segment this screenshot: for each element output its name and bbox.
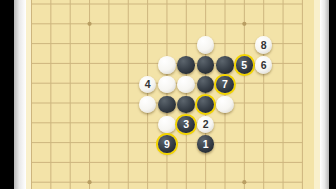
stone-white[interactable] <box>158 116 176 134</box>
letterbox-left <box>0 0 14 189</box>
stone-layer: 856473291 <box>26 0 312 189</box>
screen-edge-right <box>320 0 329 189</box>
stone-white[interactable] <box>197 36 215 54</box>
app-screen: 856473291 <box>0 0 336 189</box>
stone-black-move-7-winline[interactable]: 7 <box>216 76 234 94</box>
stone-white[interactable] <box>216 96 234 114</box>
stone-white-move-4[interactable]: 4 <box>139 76 157 94</box>
stone-white-move-2[interactable]: 2 <box>197 116 215 134</box>
stone-black-move-3-winline[interactable]: 3 <box>177 116 195 134</box>
stone-black-winline[interactable] <box>197 96 215 114</box>
stone-black-move-9-winline[interactable]: 9 <box>158 135 176 153</box>
stone-white[interactable] <box>158 56 176 74</box>
stone-black[interactable] <box>216 56 234 74</box>
stone-white[interactable] <box>177 76 195 94</box>
stone-black[interactable] <box>197 76 215 94</box>
stone-black[interactable] <box>177 56 195 74</box>
stone-white-move-6[interactable]: 6 <box>255 56 273 74</box>
screen-edge-left <box>14 0 26 189</box>
gomoku-board[interactable]: 856473291 <box>26 0 320 189</box>
stone-white[interactable] <box>158 76 176 94</box>
stone-black-move-1[interactable]: 1 <box>197 135 215 153</box>
stone-black[interactable] <box>158 96 176 114</box>
letterbox-right <box>329 0 336 189</box>
stone-black[interactable] <box>197 56 215 74</box>
stone-white-move-8[interactable]: 8 <box>255 36 273 54</box>
stone-black[interactable] <box>177 96 195 114</box>
stone-white[interactable] <box>139 96 157 114</box>
stone-black-move-5-winline[interactable]: 5 <box>236 56 254 74</box>
